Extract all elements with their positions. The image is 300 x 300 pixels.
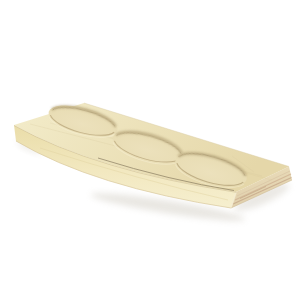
product-photo-stage [0,0,300,300]
wooden-tray-photo [0,0,300,300]
